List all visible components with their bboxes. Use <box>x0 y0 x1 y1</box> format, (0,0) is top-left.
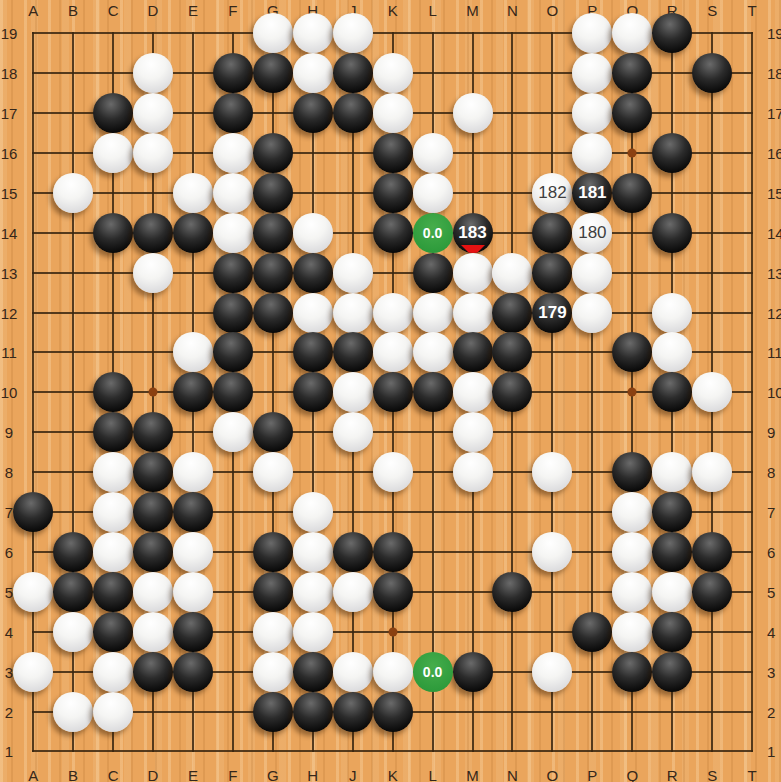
stone-white <box>373 53 413 93</box>
coord-label-right: 18 <box>767 65 781 82</box>
stone-black: 181 <box>572 173 612 213</box>
stone-white <box>333 253 373 293</box>
stone-black <box>53 532 93 572</box>
coord-label-left: 12 <box>1 304 18 321</box>
stone-white <box>53 173 93 213</box>
stone-black <box>652 652 692 692</box>
stone-black <box>612 452 652 492</box>
stone-white <box>133 133 173 173</box>
stone-white <box>293 293 333 333</box>
coord-label-left: 3 <box>5 663 13 680</box>
stone-white <box>133 93 173 133</box>
stone-white <box>453 412 493 452</box>
stone-black <box>173 213 213 253</box>
stone-black <box>133 652 173 692</box>
stone-black <box>373 532 413 572</box>
stone-black <box>373 213 413 253</box>
stone-white <box>572 93 612 133</box>
stone-black <box>652 532 692 572</box>
analysis-hint-circle[interactable]: 0.0 <box>413 213 453 253</box>
coord-label-bottom: F <box>228 767 237 782</box>
coord-label-left: 14 <box>1 224 18 241</box>
stone-black <box>253 173 293 213</box>
stone-white <box>253 13 293 53</box>
coord-label-left: 15 <box>1 184 18 201</box>
star-point <box>149 388 158 397</box>
coord-label-left: 10 <box>1 384 18 401</box>
stone-white <box>612 532 652 572</box>
coord-label-right: 15 <box>767 184 781 201</box>
coord-label-top: N <box>507 2 518 19</box>
stone-black <box>53 572 93 612</box>
stone-black <box>333 93 373 133</box>
coord-label-bottom: P <box>587 767 597 782</box>
stone-white <box>373 293 413 333</box>
stone-white <box>492 253 532 293</box>
stone-white <box>532 452 572 492</box>
stone-black <box>373 372 413 412</box>
stone-white <box>333 572 373 612</box>
stone-black <box>652 213 692 253</box>
coord-label-right: 8 <box>767 464 775 481</box>
stone-white <box>213 213 253 253</box>
stone-white <box>173 332 213 372</box>
stone-black <box>253 133 293 173</box>
stone-white <box>253 612 293 652</box>
stone-white <box>532 532 572 572</box>
stone-black <box>652 133 692 173</box>
stone-black <box>293 253 333 293</box>
coord-label-top: A <box>28 2 38 19</box>
coord-label-left: 5 <box>5 583 13 600</box>
stone-black <box>213 93 253 133</box>
stone-white <box>572 293 612 333</box>
stone-white <box>572 133 612 173</box>
stone-white <box>213 412 253 452</box>
stone-white <box>373 332 413 372</box>
stone-black <box>253 572 293 612</box>
stone-black <box>612 53 652 93</box>
stone-black <box>93 572 133 612</box>
stone-black <box>652 492 692 532</box>
stone-black <box>13 492 53 532</box>
stone-black: 179 <box>532 293 572 333</box>
coord-label-bottom: O <box>547 767 559 782</box>
stone-white <box>253 652 293 692</box>
move-number: 180 <box>578 224 606 241</box>
stone-white <box>133 53 173 93</box>
stone-white <box>173 572 213 612</box>
stone-white <box>93 532 133 572</box>
coord-label-left: 1 <box>5 743 13 760</box>
stone-black <box>213 253 253 293</box>
stone-white <box>53 692 93 732</box>
stone-black <box>413 253 453 293</box>
coord-label-top: L <box>428 2 436 19</box>
stone-black <box>133 452 173 492</box>
coord-label-right: 4 <box>767 623 775 640</box>
stone-white <box>373 93 413 133</box>
stone-white <box>413 133 453 173</box>
grid-line-vertical <box>551 32 553 752</box>
stone-white <box>373 452 413 492</box>
move-number: 181 <box>578 184 606 201</box>
move-number: 183 <box>458 224 486 241</box>
stone-black <box>293 93 333 133</box>
coord-label-left: 18 <box>1 65 18 82</box>
stone-black <box>692 53 732 93</box>
coord-label-right: 11 <box>767 344 781 361</box>
stone-white <box>413 173 453 213</box>
star-point <box>388 627 397 636</box>
coord-label-bottom: N <box>507 767 518 782</box>
coord-label-top: E <box>188 2 198 19</box>
stone-black <box>373 173 413 213</box>
stone-black <box>373 133 413 173</box>
coord-label-right: 9 <box>767 424 775 441</box>
stone-white <box>692 452 732 492</box>
stone-white <box>413 293 453 333</box>
stone-white <box>333 412 373 452</box>
stone-white <box>333 293 373 333</box>
coord-label-right: 10 <box>767 384 781 401</box>
stone-white <box>173 173 213 213</box>
coord-label-right: 17 <box>767 105 781 122</box>
grid-line-vertical <box>751 32 753 752</box>
stone-black <box>333 692 373 732</box>
stone-black <box>373 572 413 612</box>
stone-black <box>532 213 572 253</box>
coord-label-left: 4 <box>5 623 13 640</box>
stone-black <box>213 53 253 93</box>
stone-black <box>253 293 293 333</box>
stone-white <box>453 452 493 492</box>
stone-white <box>293 532 333 572</box>
coord-label-right: 12 <box>767 304 781 321</box>
coord-label-right: 14 <box>767 224 781 241</box>
coord-label-bottom: R <box>667 767 678 782</box>
stone-black <box>213 293 253 333</box>
stone-white <box>173 532 213 572</box>
stone-white <box>453 372 493 412</box>
stone-white <box>93 692 133 732</box>
stone-black <box>612 173 652 213</box>
stone-black <box>253 532 293 572</box>
stone-black <box>413 372 453 412</box>
stone-white <box>293 572 333 612</box>
stone-black <box>173 612 213 652</box>
stone-black <box>333 532 373 572</box>
go-board[interactable]: AABBCCDDEEFFGGHHJJKKLLMMNNOOPPQQRRSSTT19… <box>0 0 781 782</box>
stone-black <box>692 572 732 612</box>
coord-label-top: C <box>108 2 119 19</box>
stone-white <box>333 13 373 53</box>
coord-label-right: 7 <box>767 504 775 521</box>
stone-white <box>413 332 453 372</box>
stone-black <box>333 53 373 93</box>
stone-white <box>93 652 133 692</box>
stone-white <box>453 293 493 333</box>
stone-black <box>453 332 493 372</box>
stone-black <box>453 652 493 692</box>
stone-black <box>293 372 333 412</box>
coord-label-right: 2 <box>767 703 775 720</box>
move-number: 182 <box>538 184 566 201</box>
stone-white <box>532 652 572 692</box>
analysis-hint-circle[interactable]: 0.0 <box>413 652 453 692</box>
coord-label-top: S <box>707 2 717 19</box>
coord-label-bottom: B <box>68 767 78 782</box>
coord-label-bottom: E <box>188 767 198 782</box>
coord-label-bottom: S <box>707 767 717 782</box>
stone-white <box>612 492 652 532</box>
stone-black <box>253 253 293 293</box>
stone-black <box>133 532 173 572</box>
stone-white <box>293 612 333 652</box>
stone-black <box>652 13 692 53</box>
stone-white <box>652 293 692 333</box>
stone-white <box>93 133 133 173</box>
stone-white <box>253 452 293 492</box>
stone-black <box>492 372 532 412</box>
stone-black <box>293 652 333 692</box>
stone-white <box>93 492 133 532</box>
stone-white <box>133 572 173 612</box>
stone-black <box>572 612 612 652</box>
stone-white <box>572 13 612 53</box>
coord-label-bottom: C <box>108 767 119 782</box>
stone-white <box>612 13 652 53</box>
stone-black <box>652 612 692 652</box>
stone-white <box>53 612 93 652</box>
star-point <box>628 388 637 397</box>
coord-label-bottom: T <box>748 767 757 782</box>
stone-black <box>652 372 692 412</box>
coord-label-bottom: G <box>267 767 279 782</box>
stone-white <box>652 332 692 372</box>
coord-label-left: 17 <box>1 105 18 122</box>
coord-label-top: O <box>547 2 559 19</box>
coord-label-right: 3 <box>767 663 775 680</box>
coord-label-right: 16 <box>767 144 781 161</box>
stone-black <box>492 332 532 372</box>
stone-black <box>93 612 133 652</box>
coord-label-left: 11 <box>1 344 17 361</box>
coord-label-left: 19 <box>1 25 18 42</box>
coord-label-left: 6 <box>5 543 13 560</box>
coord-label-top: F <box>228 2 237 19</box>
stone-black <box>93 372 133 412</box>
stone-white <box>293 492 333 532</box>
star-point <box>628 148 637 157</box>
stone-black <box>173 652 213 692</box>
coord-label-left: 8 <box>5 464 13 481</box>
stone-black <box>253 692 293 732</box>
move-number: 179 <box>538 304 566 321</box>
stone-white <box>93 452 133 492</box>
stone-white <box>572 253 612 293</box>
stone-white <box>293 13 333 53</box>
stone-black <box>612 652 652 692</box>
coord-label-right: 19 <box>767 25 781 42</box>
stone-black <box>213 372 253 412</box>
coord-label-top: B <box>68 2 78 19</box>
stone-black <box>133 412 173 452</box>
stone-black <box>213 332 253 372</box>
stone-white: 182 <box>532 173 572 213</box>
stone-white <box>213 133 253 173</box>
coord-label-top: M <box>466 2 479 19</box>
stone-white <box>13 572 53 612</box>
stone-white <box>612 572 652 612</box>
stone-white <box>293 53 333 93</box>
stone-white <box>453 93 493 133</box>
stone-white <box>692 372 732 412</box>
coord-label-top: D <box>148 2 159 19</box>
stone-black <box>373 692 413 732</box>
stone-white <box>612 612 652 652</box>
coord-label-left: 16 <box>1 144 18 161</box>
stone-black <box>133 213 173 253</box>
coord-label-left: 13 <box>1 264 18 281</box>
coord-label-bottom: L <box>428 767 436 782</box>
stone-black <box>93 213 133 253</box>
analysis-hint-value: 0.0 <box>423 225 442 241</box>
stone-white <box>652 572 692 612</box>
stone-black <box>173 492 213 532</box>
stone-black <box>333 332 373 372</box>
coord-label-bottom: M <box>466 767 479 782</box>
stone-black <box>253 412 293 452</box>
stone-white <box>572 53 612 93</box>
stone-black <box>133 492 173 532</box>
stone-black <box>173 372 213 412</box>
stone-white <box>333 652 373 692</box>
stone-white <box>652 452 692 492</box>
coord-label-right: 1 <box>767 743 775 760</box>
stone-black <box>253 53 293 93</box>
stone-black <box>253 213 293 253</box>
coord-label-bottom: K <box>388 767 398 782</box>
coord-label-bottom: H <box>307 767 318 782</box>
coord-label-bottom: D <box>148 767 159 782</box>
coord-label-right: 6 <box>767 543 775 560</box>
coord-label-bottom: Q <box>626 767 638 782</box>
stone-white <box>133 612 173 652</box>
coord-label-bottom: A <box>28 767 38 782</box>
stone-black <box>93 412 133 452</box>
stone-white <box>13 652 53 692</box>
stone-white <box>133 253 173 293</box>
stone-black <box>612 93 652 133</box>
stone-white: 180 <box>572 213 612 253</box>
stone-black <box>692 532 732 572</box>
stone-black <box>93 93 133 133</box>
stone-white <box>293 213 333 253</box>
stone-black <box>492 293 532 333</box>
coord-label-bottom: J <box>349 767 357 782</box>
stone-white <box>173 452 213 492</box>
grid-line-horizontal <box>32 750 753 752</box>
stone-black <box>492 572 532 612</box>
stone-black <box>293 332 333 372</box>
stone-black <box>532 253 572 293</box>
stone-white <box>373 652 413 692</box>
stone-black: 183 <box>453 213 493 253</box>
stone-white <box>453 253 493 293</box>
coord-label-top: K <box>388 2 398 19</box>
coord-label-right: 5 <box>767 583 775 600</box>
stone-white <box>333 372 373 412</box>
coord-label-left: 9 <box>5 424 13 441</box>
coord-label-right: 13 <box>767 264 781 281</box>
stone-white <box>213 173 253 213</box>
coord-label-left: 2 <box>5 703 13 720</box>
coord-label-left: 7 <box>5 504 13 521</box>
analysis-hint-value: 0.0 <box>423 664 442 680</box>
red-triangle-marker <box>461 245 485 253</box>
stone-black <box>293 692 333 732</box>
coord-label-top: T <box>748 2 757 19</box>
stone-black <box>612 332 652 372</box>
